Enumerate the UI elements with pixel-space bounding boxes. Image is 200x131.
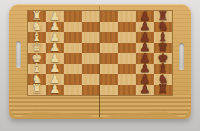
case-front-edge bbox=[9, 95, 191, 120]
square bbox=[100, 53, 118, 64]
square bbox=[100, 22, 118, 33]
square bbox=[64, 22, 82, 33]
square bbox=[118, 53, 136, 64]
folding-seam bbox=[99, 6, 100, 117]
square bbox=[64, 32, 82, 43]
black-queen: ♛ bbox=[152, 41, 174, 53]
square bbox=[100, 64, 118, 75]
square: ♛ bbox=[154, 43, 172, 54]
square: ♞ bbox=[154, 74, 172, 85]
square: ♟ bbox=[136, 53, 154, 64]
square: ♜ bbox=[28, 11, 46, 22]
square: ♟ bbox=[46, 11, 64, 22]
white-pawn: ♟ bbox=[44, 62, 66, 74]
square bbox=[82, 74, 100, 85]
square: ♟ bbox=[46, 64, 64, 75]
black-bishop: ♝ bbox=[152, 62, 174, 74]
white-pawn: ♟ bbox=[44, 31, 66, 43]
square: ♜ bbox=[154, 11, 172, 22]
white-bishop: ♝ bbox=[26, 31, 48, 43]
square: ♟ bbox=[46, 22, 64, 33]
white-pawn: ♟ bbox=[44, 20, 66, 32]
white-rook: ♜ bbox=[26, 83, 48, 95]
square bbox=[100, 74, 118, 85]
square bbox=[100, 32, 118, 43]
square: ♟ bbox=[136, 32, 154, 43]
square: ♜ bbox=[154, 85, 172, 96]
white-knight: ♞ bbox=[26, 20, 48, 32]
chess-set-photo: ♜♟♟♜♞♟♟♞♝♟♟♝♛♟♟♛♚♟♟♚♝♟♟♝♞♟♟♞♜♟♟♜ bbox=[0, 0, 200, 131]
square: ♟ bbox=[136, 43, 154, 54]
chess-board: ♜♟♟♜♞♟♟♞♝♟♟♝♛♟♟♛♚♟♟♚♝♟♟♝♞♟♟♞♜♟♟♜ bbox=[28, 11, 172, 95]
square bbox=[82, 32, 100, 43]
square: ♟ bbox=[46, 43, 64, 54]
square bbox=[64, 53, 82, 64]
white-pawn: ♟ bbox=[44, 52, 66, 64]
square: ♟ bbox=[46, 74, 64, 85]
square: ♝ bbox=[154, 64, 172, 75]
square: ♟ bbox=[136, 74, 154, 85]
square: ♚ bbox=[154, 53, 172, 64]
square bbox=[82, 43, 100, 54]
square bbox=[82, 22, 100, 33]
square bbox=[64, 64, 82, 75]
black-pawn: ♟ bbox=[134, 31, 156, 43]
square: ♝ bbox=[28, 64, 46, 75]
square bbox=[118, 11, 136, 22]
black-king: ♚ bbox=[152, 52, 174, 64]
square bbox=[82, 11, 100, 22]
right-handle-slot bbox=[179, 43, 184, 70]
white-pawn: ♟ bbox=[44, 83, 66, 95]
black-knight: ♞ bbox=[152, 20, 174, 32]
square: ♞ bbox=[28, 74, 46, 85]
square: ♞ bbox=[154, 22, 172, 33]
black-pawn: ♟ bbox=[134, 52, 156, 64]
black-pawn: ♟ bbox=[134, 10, 156, 22]
square: ♟ bbox=[136, 64, 154, 75]
square bbox=[100, 85, 118, 96]
white-pawn: ♟ bbox=[44, 41, 66, 53]
white-king: ♚ bbox=[26, 52, 48, 64]
square bbox=[64, 11, 82, 22]
black-rook: ♜ bbox=[152, 83, 174, 95]
square bbox=[118, 32, 136, 43]
square: ♟ bbox=[46, 85, 64, 96]
black-pawn: ♟ bbox=[134, 20, 156, 32]
square: ♝ bbox=[154, 32, 172, 43]
black-pawn: ♟ bbox=[134, 73, 156, 85]
white-rook: ♜ bbox=[26, 10, 48, 22]
black-pawn: ♟ bbox=[134, 41, 156, 53]
square: ♟ bbox=[46, 32, 64, 43]
square bbox=[82, 85, 100, 96]
square bbox=[118, 22, 136, 33]
black-pawn: ♟ bbox=[134, 62, 156, 74]
white-pawn: ♟ bbox=[44, 73, 66, 85]
square: ♞ bbox=[28, 22, 46, 33]
square bbox=[118, 85, 136, 96]
square bbox=[118, 74, 136, 85]
square bbox=[64, 43, 82, 54]
square: ♟ bbox=[46, 53, 64, 64]
square: ♛ bbox=[28, 43, 46, 54]
black-rook: ♜ bbox=[152, 10, 174, 22]
square bbox=[82, 53, 100, 64]
black-knight: ♞ bbox=[152, 73, 174, 85]
black-pawn: ♟ bbox=[134, 83, 156, 95]
folding-chess-case: ♜♟♟♜♞♟♟♞♝♟♟♝♛♟♟♛♚♟♟♚♝♟♟♝♞♟♟♞♜♟♟♜ bbox=[9, 4, 191, 119]
square: ♚ bbox=[28, 53, 46, 64]
square bbox=[118, 43, 136, 54]
square bbox=[64, 85, 82, 96]
black-bishop: ♝ bbox=[152, 31, 174, 43]
white-bishop: ♝ bbox=[26, 62, 48, 74]
left-handle-slot bbox=[16, 41, 21, 68]
square: ♟ bbox=[136, 85, 154, 96]
square bbox=[118, 64, 136, 75]
square: ♝ bbox=[28, 32, 46, 43]
square bbox=[100, 11, 118, 22]
white-queen: ♛ bbox=[26, 41, 48, 53]
square bbox=[82, 64, 100, 75]
square bbox=[64, 74, 82, 85]
white-pawn: ♟ bbox=[44, 10, 66, 22]
square: ♟ bbox=[136, 11, 154, 22]
square: ♟ bbox=[136, 22, 154, 33]
square bbox=[100, 43, 118, 54]
white-knight: ♞ bbox=[26, 73, 48, 85]
square: ♜ bbox=[28, 85, 46, 96]
